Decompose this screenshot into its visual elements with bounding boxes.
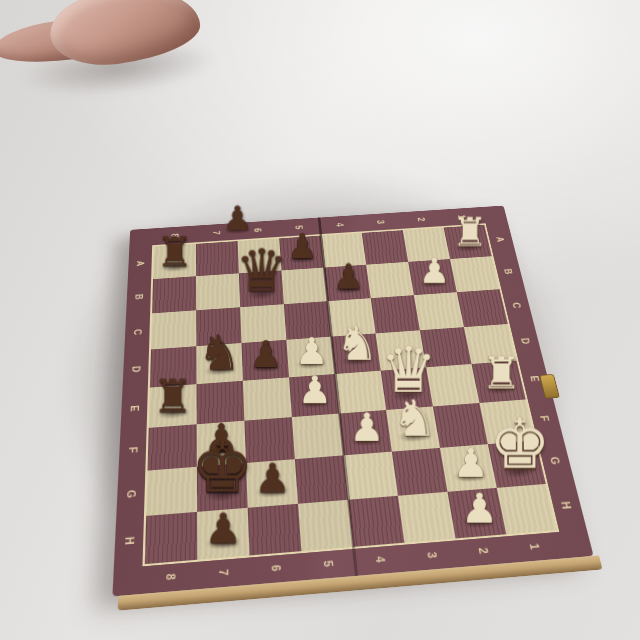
- coord-top-8: 8: [170, 233, 181, 238]
- black-king-glyph: ♚: [191, 433, 254, 503]
- black-pawn-glyph: ♟: [254, 458, 290, 498]
- white-king-glyph: ♚: [489, 410, 551, 479]
- square-b1[interactable]: [450, 256, 500, 292]
- coord-left-A: A: [135, 260, 146, 266]
- coord-top-7: 7: [211, 230, 222, 235]
- square-b8[interactable]: [152, 276, 196, 313]
- coord-top-1: 1: [456, 214, 467, 219]
- square-b3[interactable]: [366, 262, 414, 298]
- coord-bottom-7: 7: [217, 569, 231, 577]
- square-c2[interactable]: [414, 292, 464, 330]
- square-c3[interactable]: [371, 295, 420, 333]
- square-a7[interactable]: [196, 241, 239, 276]
- black-pawn-glyph: ♟: [222, 201, 252, 234]
- coord-right-C: C: [510, 302, 523, 309]
- square-b6[interactable]: [239, 270, 284, 307]
- coord-top-5: 5: [294, 225, 305, 230]
- square-a8[interactable]: [153, 244, 196, 279]
- square-d4[interactable]: [331, 333, 381, 374]
- black-pawn-glyph: ♟: [205, 508, 242, 550]
- coord-right-D: D: [519, 337, 532, 344]
- coord-left-B: B: [133, 294, 145, 301]
- coord-left-D: D: [130, 365, 142, 373]
- square-a3[interactable]: [362, 230, 408, 265]
- square-b7[interactable]: [196, 273, 240, 310]
- coord-right-H: H: [559, 501, 574, 510]
- black-pawn-h7[interactable]: ♟: [197, 508, 249, 560]
- square-a5[interactable]: [279, 236, 324, 271]
- coord-right-A: A: [494, 236, 506, 242]
- coord-top-3: 3: [375, 220, 386, 225]
- white-pawn-glyph: ♟: [298, 371, 332, 409]
- white-pawn-glyph: ♟: [349, 408, 384, 447]
- square-b5[interactable]: [281, 268, 327, 305]
- white-pawn-glyph: ♟: [453, 443, 489, 483]
- coord-bottom-8: 8: [164, 573, 178, 581]
- white-king-g1[interactable]: ♚: [488, 440, 546, 487]
- coord-left-G: G: [125, 489, 138, 499]
- coord-top-4: 4: [334, 222, 345, 227]
- square-a4[interactable]: [321, 233, 367, 268]
- table-surface: 8877665544332211AABBCCDDEEFFGGHH ♜♜♞♚♟♟♛…: [0, 0, 640, 640]
- square-c1[interactable]: [457, 289, 508, 327]
- square-c6[interactable]: [240, 304, 286, 343]
- black-knight-glyph: ♞: [198, 328, 241, 376]
- coord-left-F: F: [127, 446, 140, 453]
- coord-right-B: B: [502, 268, 514, 275]
- black-rook-glyph: ♜: [152, 374, 193, 419]
- coord-left-C: C: [132, 329, 144, 336]
- square-c8[interactable]: [151, 310, 196, 349]
- coord-bottom-1: 1: [527, 543, 542, 551]
- white-pawn-glyph: ♟: [461, 488, 498, 529]
- coord-bottom-3: 3: [425, 551, 439, 559]
- square-a6[interactable]: [238, 238, 282, 273]
- white-pawn-h2[interactable]: ♟: [447, 488, 506, 539]
- square-a2[interactable]: [403, 228, 450, 262]
- white-knight-glyph: ♞: [392, 393, 437, 443]
- coord-top-2: 2: [416, 217, 427, 222]
- square-b4[interactable]: [324, 265, 371, 301]
- square-c5[interactable]: [284, 301, 331, 340]
- white-pawn-e5[interactable]: ♟: [289, 374, 339, 417]
- coord-left-E: E: [129, 405, 142, 413]
- square-a1[interactable]: [444, 225, 492, 259]
- square-c4[interactable]: [327, 298, 375, 336]
- black-knight-d7[interactable]: ♞: [196, 343, 243, 384]
- coord-top-6: 6: [252, 228, 263, 233]
- coord-bottom-4: 4: [373, 556, 387, 564]
- square-b2[interactable]: [408, 259, 457, 295]
- wooden-object-lump: [46, 0, 204, 72]
- black-pawn-g6[interactable]: ♟: [246, 459, 298, 508]
- coord-bottom-6: 6: [269, 564, 283, 572]
- white-pawn-f4[interactable]: ♟: [339, 410, 392, 455]
- white-knight-f3[interactable]: ♞: [386, 406, 440, 451]
- coord-bottom-5: 5: [321, 560, 335, 568]
- white-rook-glyph: ♜: [481, 350, 521, 395]
- black-rook-e8[interactable]: ♜: [149, 384, 197, 428]
- coord-bottom-2: 2: [476, 547, 491, 555]
- coord-left-H: H: [123, 536, 137, 546]
